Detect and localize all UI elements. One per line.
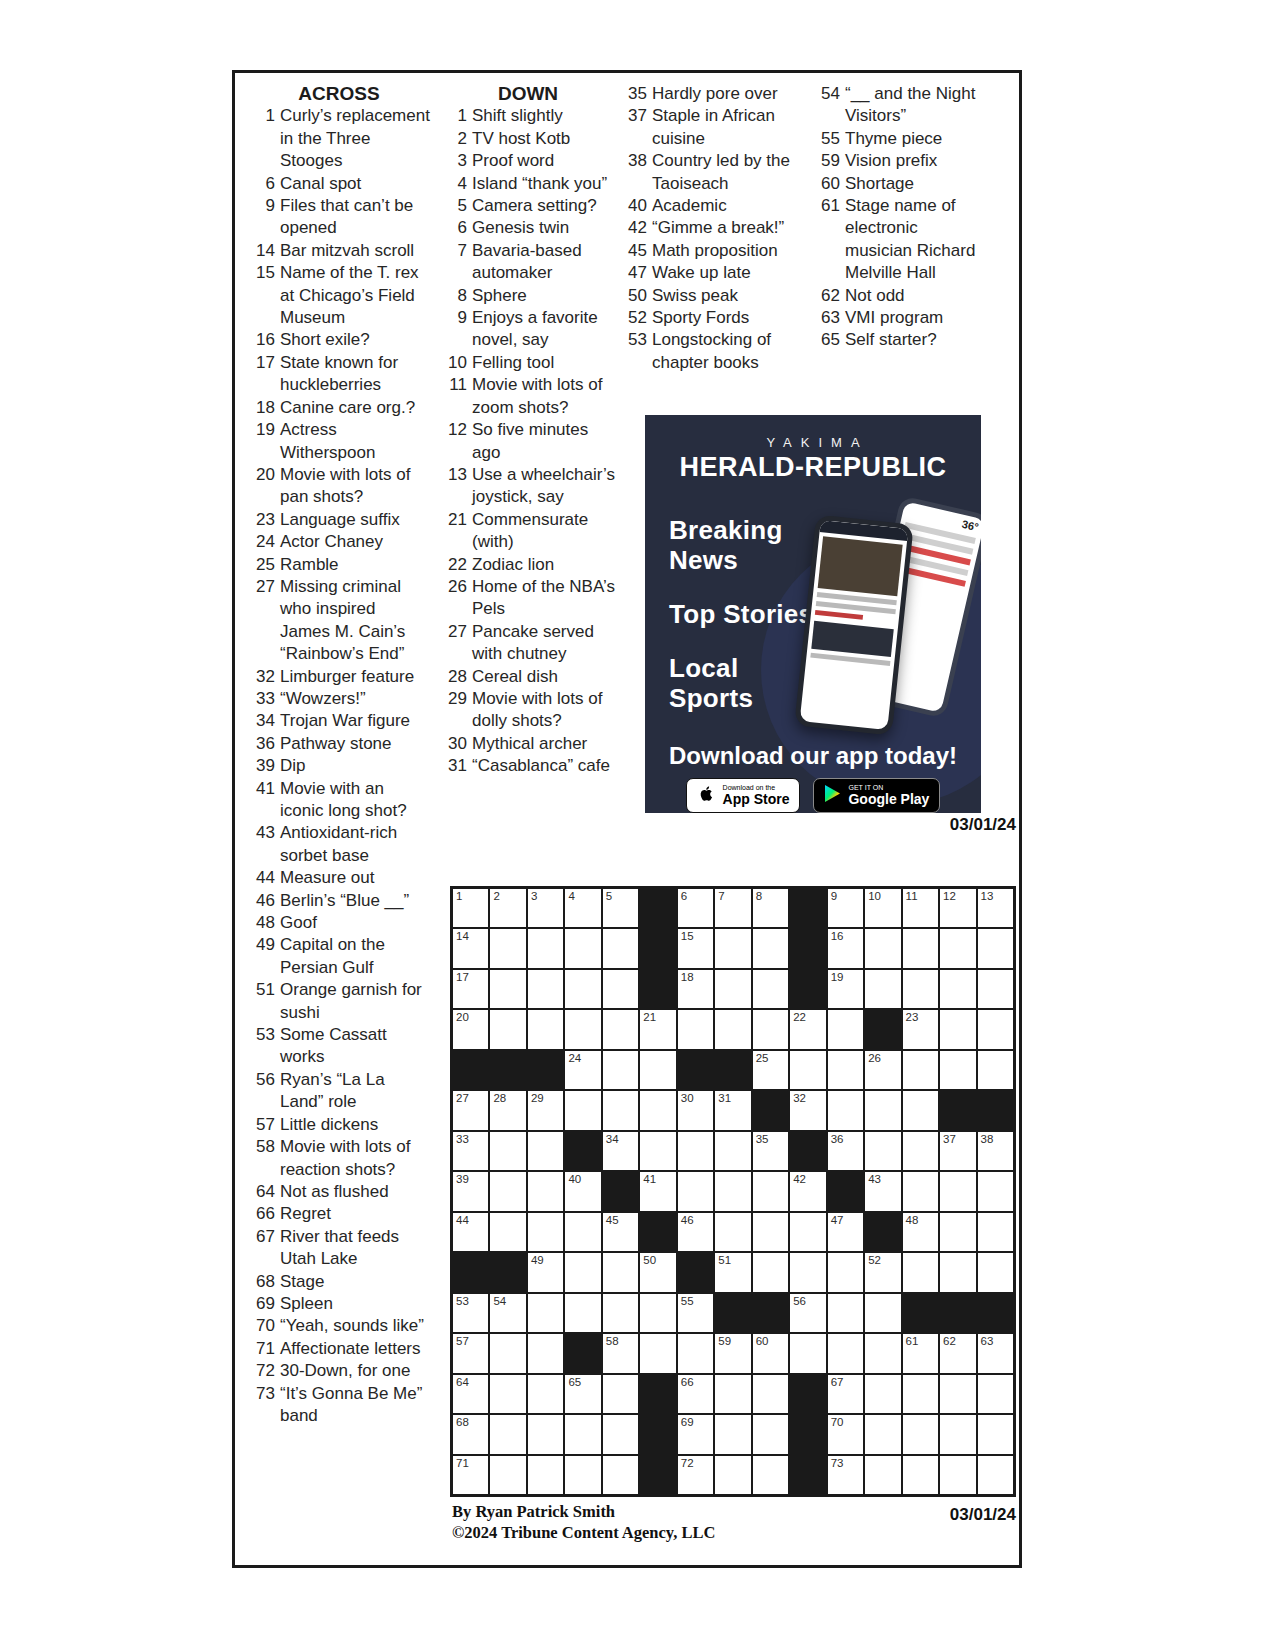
clue-text: Files that can’t be opened — [280, 195, 430, 240]
grid-cell[interactable] — [978, 1375, 1013, 1413]
clue-number: 1 — [440, 105, 472, 127]
grid-cell[interactable] — [565, 1010, 600, 1048]
clue-number: 21 — [440, 509, 472, 554]
clue-text: Movie with an iconic long shot? — [280, 778, 430, 823]
block-cell — [640, 1456, 675, 1494]
grid-cell[interactable]: 24 — [565, 1051, 600, 1089]
grid-cell[interactable] — [790, 1051, 825, 1089]
grid-cell[interactable] — [753, 1253, 788, 1291]
grid-cell[interactable]: 13 — [978, 889, 1013, 927]
grid-cell[interactable] — [528, 1456, 563, 1494]
clue-text: Enjoys a favorite novel, say — [472, 307, 616, 352]
grid-cell[interactable] — [715, 1415, 750, 1453]
grid-cell[interactable] — [528, 1375, 563, 1413]
grid-cell[interactable] — [753, 1456, 788, 1494]
grid-cell[interactable]: 4 — [565, 889, 600, 927]
grid-cell[interactable]: 22 — [790, 1010, 825, 1048]
grid-cell[interactable]: 37 — [940, 1132, 975, 1170]
clue-text: Stage — [280, 1271, 430, 1293]
grid-cell[interactable] — [940, 1051, 975, 1089]
grid-cell[interactable] — [565, 1213, 600, 1251]
grid-cell[interactable] — [828, 1253, 863, 1291]
clue-number: 47 — [620, 262, 652, 284]
clue-text: River that feeds Utah Lake — [280, 1226, 430, 1271]
grid-cell[interactable]: 65 — [565, 1375, 600, 1413]
grid-cell[interactable]: 23 — [903, 1010, 938, 1048]
grid-cell[interactable] — [940, 1172, 975, 1210]
grid-cell[interactable]: 43 — [865, 1172, 900, 1210]
clue-number: 10 — [440, 352, 472, 374]
grid-cell[interactable] — [903, 1051, 938, 1089]
grid-cell[interactable]: 44 — [453, 1213, 488, 1251]
grid-cell[interactable] — [715, 1172, 750, 1210]
grid-cell[interactable] — [565, 929, 600, 967]
clue-number: 44 — [248, 867, 280, 889]
clue-number: 66 — [248, 1203, 280, 1225]
grid-cell[interactable] — [640, 1294, 675, 1332]
across-clue: 33“Wowzers!” — [248, 688, 430, 710]
grid-cell[interactable] — [865, 1415, 900, 1453]
cell-number: 51 — [718, 1254, 731, 1266]
grid-cell[interactable]: 38 — [978, 1132, 1013, 1170]
clue-text: Actor Chaney — [280, 531, 430, 553]
grid-cell[interactable] — [940, 1375, 975, 1413]
grid-cell[interactable]: 32 — [790, 1091, 825, 1129]
clue-text: Spleen — [280, 1293, 430, 1315]
grid-cell[interactable] — [565, 1415, 600, 1453]
clue-text: Proof word — [472, 150, 616, 172]
grid-cell[interactable] — [865, 1375, 900, 1413]
grid-cell[interactable]: 51 — [715, 1253, 750, 1291]
copyright: ©2024 Tribune Content Agency, LLC — [452, 1522, 715, 1543]
grid-cell[interactable] — [565, 1253, 600, 1291]
grid-cell[interactable] — [490, 1132, 525, 1170]
cell-number: 66 — [681, 1376, 694, 1388]
screen-photo — [818, 536, 903, 596]
cell-number: 68 — [456, 1416, 469, 1428]
grid-cell[interactable]: 18 — [678, 970, 713, 1008]
grid-cell[interactable] — [565, 1294, 600, 1332]
grid-cell[interactable] — [828, 1051, 863, 1089]
ad-masthead: HERALD-REPUBLIC — [645, 452, 981, 483]
clue-number: 34 — [248, 710, 280, 732]
grid-cell[interactable] — [678, 1334, 713, 1372]
across-clues-column: ACROSS 1Curly’s replacement in the Three… — [248, 83, 430, 1427]
puzzle-frame: ACROSS 1Curly’s replacement in the Three… — [232, 70, 1022, 1568]
grid-cell[interactable]: 10 — [865, 889, 900, 927]
grid-cell[interactable] — [940, 929, 975, 967]
grid-cell[interactable]: 48 — [903, 1213, 938, 1251]
cell-number: 7 — [718, 890, 724, 902]
grid-cell[interactable]: 63 — [978, 1334, 1013, 1372]
clue-number: 14 — [248, 240, 280, 262]
grid-cell[interactable] — [603, 1010, 638, 1048]
grid-cell[interactable] — [715, 929, 750, 967]
app-store-badge[interactable]: Download on the App Store — [686, 778, 801, 813]
cell-number: 57 — [456, 1335, 469, 1347]
clue-text: Cereal dish — [472, 666, 616, 688]
grid-cell[interactable] — [978, 1253, 1013, 1291]
clue-text: Little dickens — [280, 1114, 430, 1136]
grid-cell[interactable] — [978, 1051, 1013, 1089]
grid-cell[interactable]: 5 — [603, 889, 638, 927]
across-clue: 20Movie with lots of pan shots? — [248, 464, 430, 509]
grid-cell[interactable]: 16 — [828, 929, 863, 967]
clue-number: 23 — [248, 509, 280, 531]
clue-number: 46 — [248, 890, 280, 912]
across-clue: 1Curly’s replacement in the Three Stooge… — [248, 105, 430, 172]
grid-cell[interactable] — [490, 1213, 525, 1251]
grid-cell[interactable]: 7 — [715, 889, 750, 927]
grid-cell[interactable] — [978, 1172, 1013, 1210]
clue-number: 12 — [440, 419, 472, 464]
cell-number: 46 — [681, 1214, 694, 1226]
clue-number: 40 — [620, 195, 652, 217]
grid-cell[interactable] — [603, 1415, 638, 1453]
grid-cell[interactable] — [903, 1132, 938, 1170]
grid-cell[interactable] — [978, 1213, 1013, 1251]
grid-cell[interactable] — [715, 970, 750, 1008]
grid-cell[interactable]: 64 — [453, 1375, 488, 1413]
grid-cell[interactable] — [528, 1172, 563, 1210]
grid-cell[interactable] — [753, 929, 788, 967]
grid-cell[interactable]: 56 — [790, 1294, 825, 1332]
cell-number: 61 — [906, 1335, 919, 1347]
grid-cell[interactable] — [715, 1456, 750, 1494]
across-clue: 58Movie with lots of reaction shots? — [248, 1136, 430, 1181]
grid-cell[interactable] — [978, 1415, 1013, 1453]
across-clue: 46Berlin’s “Blue __” — [248, 890, 430, 912]
grid-cell[interactable] — [940, 1010, 975, 1048]
grid-cell[interactable]: 27 — [453, 1091, 488, 1129]
clue-number: 45 — [620, 240, 652, 262]
grid-cell[interactable] — [790, 1253, 825, 1291]
across-clue: 14Bar mitzvah scroll — [248, 240, 430, 262]
clue-text: Thyme piece — [845, 128, 979, 150]
down-clue: 31“Casablanca” cafe — [440, 755, 616, 777]
grid-cell[interactable] — [603, 1375, 638, 1413]
grid-cell[interactable]: 12 — [940, 889, 975, 927]
grid-cell[interactable] — [940, 1415, 975, 1453]
down-clue: 27Pancake served with chutney — [440, 621, 616, 666]
grid-cell[interactable] — [828, 1294, 863, 1332]
grid-cell[interactable]: 72 — [678, 1456, 713, 1494]
clue-text: State known for huckleberries — [280, 352, 430, 397]
cell-number: 25 — [756, 1052, 769, 1064]
block-cell — [453, 1253, 488, 1291]
clue-text: Bavaria-based automaker — [472, 240, 616, 285]
grid-cell[interactable] — [903, 1456, 938, 1494]
clue-number: 69 — [248, 1293, 280, 1315]
grid-cell[interactable] — [940, 1456, 975, 1494]
grid-cell[interactable] — [678, 1010, 713, 1048]
grid-cell[interactable] — [678, 1172, 713, 1210]
grid-cell[interactable]: 73 — [828, 1456, 863, 1494]
clue-text: “Yeah, sounds like” — [280, 1315, 430, 1337]
screen-line — [815, 610, 864, 620]
grid-cell[interactable]: 36 — [828, 1132, 863, 1170]
clue-number: 63 — [813, 307, 845, 329]
block-cell — [790, 1415, 825, 1453]
grid-cell[interactable]: 14 — [453, 929, 488, 967]
cell-number: 27 — [456, 1092, 469, 1104]
grid-cell[interactable] — [865, 1456, 900, 1494]
down-clues-column-1: DOWN 1Shift slightly2TV host Kotb3Proof … — [440, 83, 616, 778]
grid-cell[interactable] — [865, 1294, 900, 1332]
block-cell — [903, 1294, 938, 1332]
grid-cell[interactable] — [565, 970, 600, 1008]
block-cell — [978, 1294, 1013, 1332]
grid-cell[interactable] — [753, 1213, 788, 1251]
grid-cell[interactable] — [490, 1010, 525, 1048]
grid-cell[interactable] — [565, 1091, 600, 1129]
grid-cell[interactable]: 29 — [528, 1091, 563, 1129]
grid-cell[interactable]: 8 — [753, 889, 788, 927]
cell-number: 22 — [793, 1011, 806, 1023]
grid-cell[interactable] — [865, 1091, 900, 1129]
grid-cell[interactable] — [603, 970, 638, 1008]
grid-cell[interactable] — [715, 1213, 750, 1251]
grid-cell[interactable]: 40 — [565, 1172, 600, 1210]
clue-text: Island “thank you” — [472, 173, 616, 195]
grid-cell[interactable] — [565, 1456, 600, 1494]
grid-cell[interactable]: 39 — [453, 1172, 488, 1210]
clue-number: 36 — [248, 733, 280, 755]
clue-text: “Gimme a break!” — [652, 217, 802, 239]
grid-cell[interactable]: 46 — [678, 1213, 713, 1251]
grid-cell[interactable] — [790, 1213, 825, 1251]
grid-cell[interactable] — [903, 1253, 938, 1291]
grid-cell[interactable] — [528, 970, 563, 1008]
down-header: DOWN — [440, 83, 616, 105]
grid-cell[interactable] — [490, 1334, 525, 1372]
grid-cell[interactable] — [753, 1010, 788, 1048]
clue-number: 51 — [248, 979, 280, 1024]
grid-cell[interactable] — [753, 970, 788, 1008]
across-clue: 15Name of the T. rex at Chicago’s Field … — [248, 262, 430, 329]
grid-cell[interactable] — [753, 1375, 788, 1413]
grid-cell[interactable] — [753, 1415, 788, 1453]
grid-cell[interactable] — [753, 1172, 788, 1210]
cell-number: 13 — [981, 890, 994, 902]
grid-cell[interactable]: 50 — [640, 1253, 675, 1291]
clue-number: 35 — [620, 83, 652, 105]
grid-cell[interactable]: 52 — [865, 1253, 900, 1291]
grid-cell[interactable] — [978, 929, 1013, 967]
grid-cell[interactable]: 60 — [753, 1334, 788, 1372]
grid-cell[interactable]: 62 — [940, 1334, 975, 1372]
grid-cell[interactable] — [903, 929, 938, 967]
clue-text: “Casablanca” cafe — [472, 755, 616, 777]
grid-cell[interactable] — [978, 1010, 1013, 1048]
cell-number: 38 — [981, 1133, 994, 1145]
block-cell — [640, 929, 675, 967]
grid-cell[interactable]: 59 — [715, 1334, 750, 1372]
play-big-text: Google Play — [848, 792, 929, 807]
cell-number: 2 — [493, 890, 499, 902]
grid-cell[interactable]: 30 — [678, 1091, 713, 1129]
cell-number: 72 — [681, 1457, 694, 1469]
across-header: ACROSS — [248, 83, 430, 105]
down-clue: 40Academic — [620, 195, 802, 217]
clue-number: 54 — [813, 83, 845, 128]
grid-cell[interactable] — [865, 1334, 900, 1372]
grid-cell[interactable] — [603, 1091, 638, 1129]
across-clue: 43Antioxidant-rich sorbet base — [248, 822, 430, 867]
grid-cell[interactable] — [490, 1415, 525, 1453]
clue-number: 71 — [248, 1338, 280, 1360]
block-cell — [865, 1010, 900, 1048]
clue-text: Orange garnish for sushi — [280, 979, 430, 1024]
down-clue: 12So five minutes ago — [440, 419, 616, 464]
clue-text: Pathway stone — [280, 733, 430, 755]
grid-cell[interactable]: 15 — [678, 929, 713, 967]
down-clue: 50Swiss peak — [620, 285, 802, 307]
grid-cell[interactable] — [940, 1253, 975, 1291]
grid-cell[interactable] — [603, 1294, 638, 1332]
grid-cell[interactable] — [903, 1091, 938, 1129]
down-clue-list-1: 1Shift slightly2TV host Kotb3Proof word4… — [440, 105, 616, 777]
grid-cell[interactable] — [940, 970, 975, 1008]
grid-cell[interactable]: 69 — [678, 1415, 713, 1453]
apple-icon — [697, 784, 716, 807]
grid-cell[interactable]: 28 — [490, 1091, 525, 1129]
grid-cell[interactable]: 54 — [490, 1294, 525, 1332]
grid-cell[interactable] — [603, 1051, 638, 1089]
clue-text: Berlin’s “Blue __” — [280, 890, 430, 912]
grid-cell[interactable] — [640, 1132, 675, 1170]
grid-cell[interactable]: 57 — [453, 1334, 488, 1372]
grid-cell[interactable]: 34 — [603, 1132, 638, 1170]
block-cell — [828, 1172, 863, 1210]
grid-cell[interactable] — [865, 1132, 900, 1170]
clue-number: 27 — [248, 576, 280, 666]
cell-number: 20 — [456, 1011, 469, 1023]
clue-number: 20 — [248, 464, 280, 509]
grid-cell[interactable] — [828, 1010, 863, 1048]
grid-cell[interactable] — [528, 1415, 563, 1453]
cell-number: 39 — [456, 1173, 469, 1185]
grid-cell[interactable]: 70 — [828, 1415, 863, 1453]
grid-cell[interactable]: 71 — [453, 1456, 488, 1494]
grid-cell[interactable]: 42 — [790, 1172, 825, 1210]
grid-cell[interactable]: 3 — [528, 889, 563, 927]
grid-cell[interactable]: 61 — [903, 1334, 938, 1372]
grid-cell[interactable] — [528, 929, 563, 967]
grid-cell[interactable] — [940, 1213, 975, 1251]
newspaper-puzzle-page: ACROSS 1Curly’s replacement in the Three… — [0, 0, 1265, 1638]
puzzle-date-top: 03/01/24 — [450, 815, 1016, 835]
grid-cell[interactable]: 1 — [453, 889, 488, 927]
grid-cell[interactable] — [640, 1051, 675, 1089]
grid-cell[interactable] — [528, 1334, 563, 1372]
across-clue: 36Pathway stone — [248, 733, 430, 755]
grid-cell[interactable] — [528, 1010, 563, 1048]
block-cell — [978, 1091, 1013, 1129]
grid-cell[interactable] — [603, 1253, 638, 1291]
grid-cell[interactable]: 20 — [453, 1010, 488, 1048]
grid-cell[interactable]: 68 — [453, 1415, 488, 1453]
grid-cell[interactable] — [978, 1456, 1013, 1494]
grid-cell[interactable]: 53 — [453, 1294, 488, 1332]
grid-cell[interactable]: 45 — [603, 1213, 638, 1251]
grid-cell[interactable] — [790, 1334, 825, 1372]
grid-cell[interactable] — [640, 1334, 675, 1372]
grid-cell[interactable]: 67 — [828, 1375, 863, 1413]
google-play-badge[interactable]: GET IT ON Google Play — [813, 778, 940, 813]
grid-cell[interactable]: 33 — [453, 1132, 488, 1170]
grid-cell[interactable] — [603, 929, 638, 967]
clue-text: Vision prefix — [845, 150, 979, 172]
block-cell — [603, 1172, 638, 1210]
clue-text: Not odd — [845, 285, 979, 307]
grid-cell[interactable]: 58 — [603, 1334, 638, 1372]
grid-cell[interactable]: 35 — [753, 1132, 788, 1170]
clue-number: 38 — [620, 150, 652, 195]
grid-cell[interactable]: 41 — [640, 1172, 675, 1210]
grid-cell[interactable] — [715, 1132, 750, 1170]
clue-text: Regret — [280, 1203, 430, 1225]
grid-cell[interactable] — [528, 1294, 563, 1332]
grid-cell[interactable] — [903, 970, 938, 1008]
grid-cell[interactable]: 11 — [903, 889, 938, 927]
grid-cell[interactable]: 21 — [640, 1010, 675, 1048]
grid-cell[interactable] — [528, 1132, 563, 1170]
grid-cell[interactable]: 25 — [753, 1051, 788, 1089]
grid-cell[interactable] — [490, 1456, 525, 1494]
cell-number: 62 — [943, 1335, 956, 1347]
grid-cell[interactable] — [978, 970, 1013, 1008]
grid-cell[interactable]: 47 — [828, 1213, 863, 1251]
grid-cell[interactable]: 49 — [528, 1253, 563, 1291]
down-clue: 47Wake up late — [620, 262, 802, 284]
across-clue: 41Movie with an iconic long shot? — [248, 778, 430, 823]
grid-cell[interactable]: 9 — [828, 889, 863, 927]
grid-cell[interactable] — [715, 1010, 750, 1048]
grid-cell[interactable] — [865, 970, 900, 1008]
cell-number: 70 — [831, 1416, 844, 1428]
grid-cell[interactable] — [603, 1456, 638, 1494]
grid-cell[interactable] — [865, 929, 900, 967]
grid-cell[interactable] — [828, 1334, 863, 1372]
block-cell — [640, 889, 675, 927]
grid-cell[interactable]: 31 — [715, 1091, 750, 1129]
grid-cell[interactable]: 6 — [678, 889, 713, 927]
grid-cell[interactable]: 26 — [865, 1051, 900, 1089]
grid-cell[interactable] — [715, 1375, 750, 1413]
grid-cell[interactable] — [490, 1172, 525, 1210]
grid-cell[interactable] — [528, 1213, 563, 1251]
grid-cell[interactable] — [903, 1375, 938, 1413]
grid-cell[interactable] — [640, 1091, 675, 1129]
grid-cell[interactable] — [490, 929, 525, 967]
grid-cell[interactable]: 66 — [678, 1375, 713, 1413]
clue-number: 4 — [440, 173, 472, 195]
grid-cell[interactable] — [828, 1091, 863, 1129]
clue-number: 3 — [440, 150, 472, 172]
grid-cell[interactable]: 17 — [453, 970, 488, 1008]
grid-cell[interactable]: 19 — [828, 970, 863, 1008]
grid-cell[interactable] — [903, 1172, 938, 1210]
down-clue: 65Self starter? — [813, 329, 979, 351]
grid-cell[interactable]: 2 — [490, 889, 525, 927]
grid-cell[interactable] — [490, 970, 525, 1008]
down-clue: 22Zodiac lion — [440, 554, 616, 576]
grid-cell[interactable]: 55 — [678, 1294, 713, 1332]
grid-cell[interactable] — [490, 1375, 525, 1413]
grid-cell[interactable] — [678, 1132, 713, 1170]
grid-cell[interactable] — [903, 1415, 938, 1453]
